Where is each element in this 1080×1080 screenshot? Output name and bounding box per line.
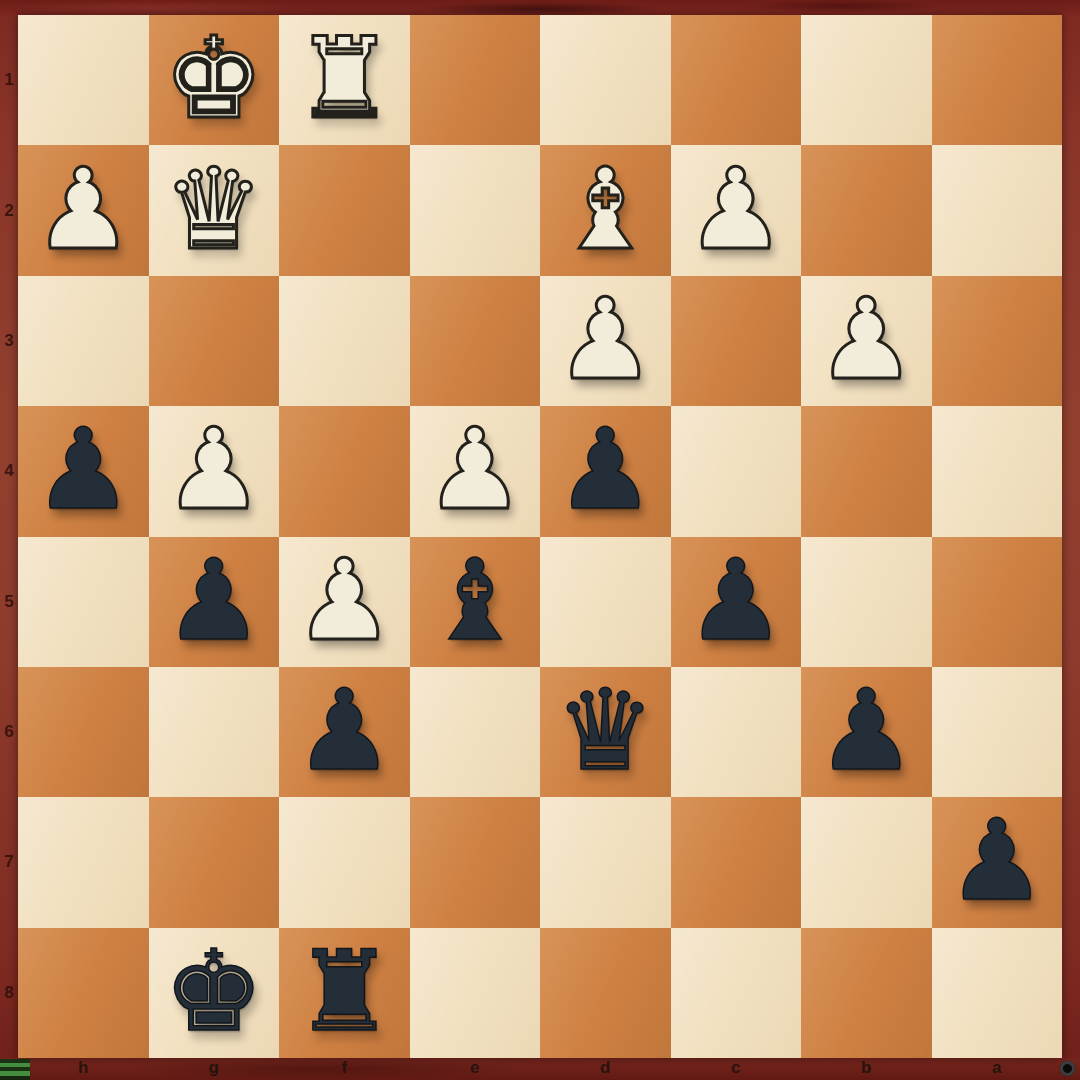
square-g6[interactable]	[149, 667, 280, 797]
board-frame: ♚♜♟♛♝♟♟♟♟♟♟♟♟♟♝♟♟♛♟♟♚♜ 12345678 hgfedcba	[0, 0, 1080, 1080]
square-a5[interactable]	[932, 537, 1063, 667]
square-c8[interactable]	[671, 928, 802, 1058]
white-queen-g2[interactable]: ♛	[164, 153, 264, 265]
file-label-b: b	[801, 1058, 932, 1080]
square-c1[interactable]	[671, 15, 802, 145]
square-g1[interactable]: ♚	[149, 15, 280, 145]
white-rook-f1[interactable]: ♜	[294, 22, 394, 134]
white-pawn-e4[interactable]: ♟	[425, 413, 525, 525]
square-h1[interactable]	[18, 15, 149, 145]
chess-board: ♚♜♟♛♝♟♟♟♟♟♟♟♟♟♝♟♟♛♟♟♚♜	[18, 15, 1062, 1058]
white-pawn-c2[interactable]: ♟	[686, 153, 786, 265]
square-a8[interactable]	[932, 928, 1063, 1058]
square-h4[interactable]: ♟	[18, 406, 149, 536]
white-pawn-g4[interactable]: ♟	[164, 413, 264, 525]
square-d7[interactable]	[540, 797, 671, 927]
square-g8[interactable]: ♚	[149, 928, 280, 1058]
square-g3[interactable]	[149, 276, 280, 406]
square-c5[interactable]: ♟	[671, 537, 802, 667]
square-h2[interactable]: ♟	[18, 145, 149, 275]
file-label-c: c	[671, 1058, 802, 1080]
square-b6[interactable]: ♟	[801, 667, 932, 797]
square-c6[interactable]	[671, 667, 802, 797]
square-b3[interactable]: ♟	[801, 276, 932, 406]
rank-label-5: 5	[0, 537, 18, 667]
white-bishop-d2[interactable]: ♝	[555, 153, 655, 265]
black-pawn-a7[interactable]: ♟	[947, 804, 1047, 916]
rank-label-2: 2	[0, 145, 18, 275]
black-rook-f8[interactable]: ♜	[294, 935, 394, 1047]
rank-label-4: 4	[0, 406, 18, 536]
black-pawn-g5[interactable]: ♟	[164, 544, 264, 656]
file-label-a: a	[932, 1058, 1063, 1080]
square-b1[interactable]	[801, 15, 932, 145]
square-e3[interactable]	[410, 276, 541, 406]
square-a1[interactable]	[932, 15, 1063, 145]
black-pawn-d4[interactable]: ♟	[555, 413, 655, 525]
square-f4[interactable]	[279, 406, 410, 536]
square-c4[interactable]	[671, 406, 802, 536]
square-c2[interactable]: ♟	[671, 145, 802, 275]
square-f8[interactable]: ♜	[279, 928, 410, 1058]
square-h3[interactable]	[18, 276, 149, 406]
square-g4[interactable]: ♟	[149, 406, 280, 536]
file-label-e: e	[410, 1058, 541, 1080]
square-a4[interactable]	[932, 406, 1063, 536]
square-e8[interactable]	[410, 928, 541, 1058]
square-h8[interactable]	[18, 928, 149, 1058]
square-b4[interactable]	[801, 406, 932, 536]
square-f7[interactable]	[279, 797, 410, 927]
white-pawn-b3[interactable]: ♟	[816, 283, 916, 395]
white-pawn-d3[interactable]: ♟	[555, 283, 655, 395]
square-e6[interactable]	[410, 667, 541, 797]
square-f2[interactable]	[279, 145, 410, 275]
square-e7[interactable]	[410, 797, 541, 927]
file-label-g: g	[149, 1058, 280, 1080]
green-stripes-badge-icon	[0, 1059, 30, 1080]
square-d4[interactable]: ♟	[540, 406, 671, 536]
rank-coordinates: 12345678	[0, 15, 18, 1058]
square-b2[interactable]	[801, 145, 932, 275]
rank-label-1: 1	[0, 15, 18, 145]
square-b5[interactable]	[801, 537, 932, 667]
square-f3[interactable]	[279, 276, 410, 406]
black-pawn-h4[interactable]: ♟	[33, 413, 133, 525]
square-g5[interactable]: ♟	[149, 537, 280, 667]
white-king-g1[interactable]: ♚	[164, 22, 264, 134]
square-d8[interactable]	[540, 928, 671, 1058]
rank-label-8: 8	[0, 928, 18, 1058]
square-c7[interactable]	[671, 797, 802, 927]
square-f1[interactable]: ♜	[279, 15, 410, 145]
square-e5[interactable]: ♝	[410, 537, 541, 667]
black-pawn-b6[interactable]: ♟	[816, 674, 916, 786]
square-a3[interactable]	[932, 276, 1063, 406]
corner-dot-icon	[1059, 1060, 1076, 1077]
black-pawn-c5[interactable]: ♟	[686, 544, 786, 656]
square-d1[interactable]	[540, 15, 671, 145]
square-d6[interactable]: ♛	[540, 667, 671, 797]
square-d3[interactable]: ♟	[540, 276, 671, 406]
square-g2[interactable]: ♛	[149, 145, 280, 275]
square-f6[interactable]: ♟	[279, 667, 410, 797]
square-a6[interactable]	[932, 667, 1063, 797]
file-label-f: f	[279, 1058, 410, 1080]
rank-label-3: 3	[0, 276, 18, 406]
rank-label-6: 6	[0, 667, 18, 797]
frame-top-edge	[0, 0, 1080, 15]
square-b8[interactable]	[801, 928, 932, 1058]
file-label-d: d	[540, 1058, 671, 1080]
black-pawn-f6[interactable]: ♟	[294, 674, 394, 786]
black-bishop-e5[interactable]: ♝	[425, 544, 525, 656]
square-d2[interactable]: ♝	[540, 145, 671, 275]
square-h7[interactable]	[18, 797, 149, 927]
square-f5[interactable]: ♟	[279, 537, 410, 667]
black-queen-d6[interactable]: ♛	[555, 674, 655, 786]
square-d5[interactable]	[540, 537, 671, 667]
square-a7[interactable]: ♟	[932, 797, 1063, 927]
file-coordinates: hgfedcba	[18, 1058, 1062, 1080]
black-king-g8[interactable]: ♚	[164, 935, 264, 1047]
square-c3[interactable]	[671, 276, 802, 406]
square-h5[interactable]	[18, 537, 149, 667]
white-pawn-h2[interactable]: ♟	[33, 153, 133, 265]
square-e2[interactable]	[410, 145, 541, 275]
square-e1[interactable]	[410, 15, 541, 145]
file-label-h: h	[18, 1058, 149, 1080]
square-b7[interactable]	[801, 797, 932, 927]
square-e4[interactable]: ♟	[410, 406, 541, 536]
rank-label-7: 7	[0, 797, 18, 927]
square-h6[interactable]	[18, 667, 149, 797]
square-g7[interactable]	[149, 797, 280, 927]
square-a2[interactable]	[932, 145, 1063, 275]
white-pawn-f5[interactable]: ♟	[294, 544, 394, 656]
